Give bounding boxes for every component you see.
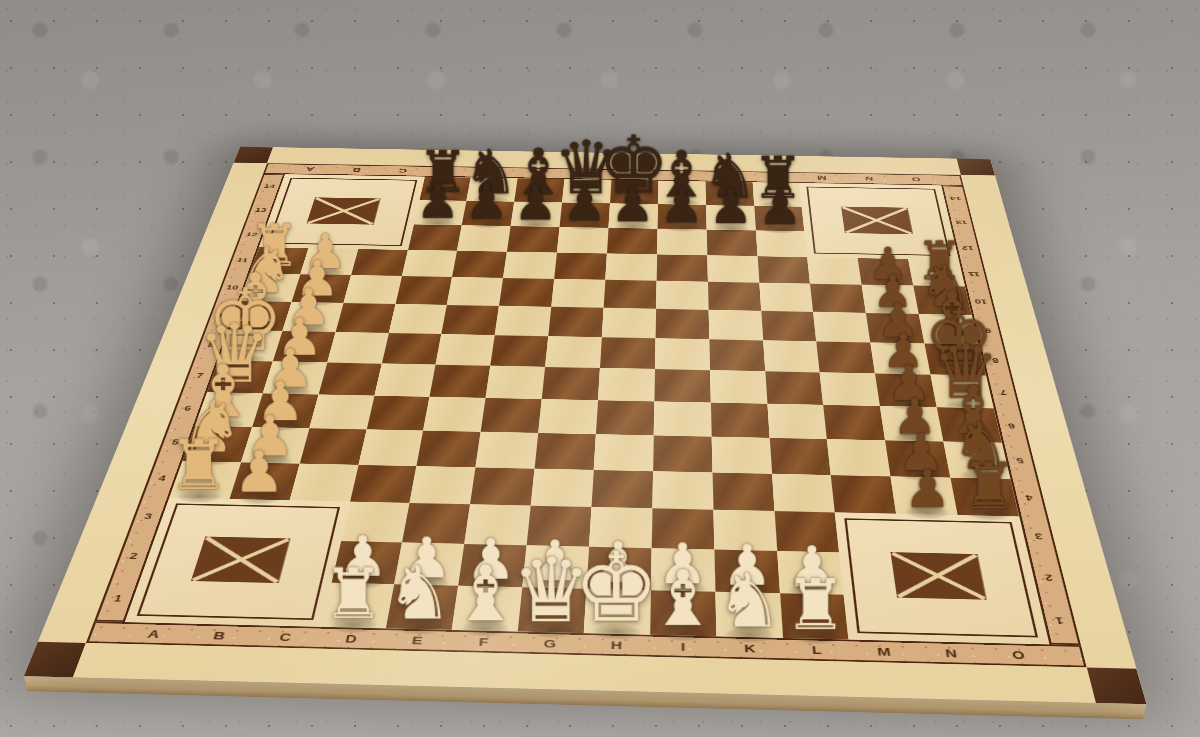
square-H5[interactable] — [594, 434, 654, 471]
square-D12[interactable] — [408, 224, 462, 250]
square-L4[interactable] — [772, 474, 836, 513]
file-label-rotated-H: H — [612, 170, 659, 180]
square-E11[interactable] — [452, 251, 507, 279]
square-M8[interactable] — [817, 341, 876, 373]
square-L5[interactable] — [769, 438, 831, 475]
square-C6[interactable] — [309, 394, 374, 429]
square-F9[interactable] — [495, 306, 551, 336]
piece-south-R-D1[interactable]: ♜ — [322, 561, 384, 627]
corner-x-inlay — [191, 537, 291, 584]
piece-south-N-E1[interactable]: ♞ — [386, 558, 453, 629]
piece-north-P-I13[interactable]: ♟ — [660, 183, 704, 229]
square-M7[interactable] — [820, 372, 880, 406]
square-G8[interactable] — [545, 336, 602, 368]
square-D6[interactable] — [366, 396, 430, 431]
square-K9[interactable] — [708, 310, 762, 340]
piece-north-P-D13[interactable]: ♟ — [416, 179, 460, 225]
corner-x-inlay — [841, 206, 913, 234]
square-H10[interactable] — [604, 280, 657, 309]
piece-north-P-E13[interactable]: ♟ — [465, 179, 509, 225]
file-label-rotated-A: A — [285, 164, 334, 174]
piece-north-P-L13[interactable]: ♟ — [758, 184, 802, 230]
square-C5[interactable] — [300, 428, 367, 465]
square-I12[interactable] — [657, 229, 707, 256]
file-label-rotated-F: F — [518, 168, 566, 178]
square-F4[interactable] — [470, 467, 534, 506]
square-M11[interactable] — [808, 257, 862, 285]
corner-panel-border — [845, 519, 1038, 638]
square-F7[interactable] — [486, 366, 545, 399]
square-I9[interactable] — [655, 309, 709, 339]
square-D7[interactable] — [374, 364, 436, 397]
corner-panel-border — [137, 504, 340, 620]
square-E10[interactable] — [447, 277, 503, 306]
square-C11[interactable] — [351, 249, 408, 276]
square-K10[interactable] — [708, 282, 761, 311]
square-C10[interactable] — [343, 275, 401, 304]
frame-corner-block-top-left — [234, 147, 274, 164]
square-F5[interactable] — [476, 432, 539, 469]
square-M10[interactable] — [810, 284, 866, 313]
file-label-rotated-K: K — [705, 171, 752, 181]
piece-north-P-H13[interactable]: ♟ — [611, 182, 655, 228]
square-K12[interactable] — [706, 230, 757, 257]
board-front-edge — [24, 676, 1147, 719]
square-M6[interactable] — [824, 405, 886, 440]
square-K6[interactable] — [711, 403, 770, 438]
square-G4[interactable] — [531, 468, 594, 507]
piece-east-P-N4[interactable]: ♟ — [904, 465, 951, 515]
square-L9[interactable] — [761, 311, 817, 341]
square-D9[interactable] — [388, 304, 447, 334]
square-E4[interactable] — [410, 466, 476, 505]
piece-east-R-O4[interactable]: ♜ — [960, 456, 1017, 516]
rank-label-rotated-14: 14 — [943, 186, 968, 210]
square-K4[interactable] — [712, 472, 774, 511]
square-F12[interactable] — [507, 226, 559, 252]
file-label-rotated-D: D — [425, 167, 473, 177]
file-label-rotated-M: M — [798, 173, 846, 183]
square-F10[interactable] — [499, 278, 554, 307]
square-I4[interactable] — [652, 471, 713, 510]
square-H8[interactable] — [600, 337, 655, 369]
file-label-B: B — [184, 625, 255, 645]
piece-north-P-G13[interactable]: ♟ — [562, 181, 606, 227]
corner-panel-top-left — [259, 174, 424, 249]
square-K5[interactable] — [711, 437, 771, 474]
square-L10[interactable] — [759, 283, 813, 312]
square-H7[interactable] — [598, 368, 655, 401]
square-I6[interactable] — [654, 401, 712, 436]
frame-corner-block-bottom-right — [1087, 667, 1147, 704]
square-I5[interactable] — [653, 435, 712, 472]
square-D11[interactable] — [402, 250, 458, 277]
square-D4[interactable] — [350, 465, 417, 504]
file-label-A: A — [118, 624, 190, 644]
square-I11[interactable] — [656, 254, 707, 282]
square-E12[interactable] — [457, 225, 510, 251]
square-G10[interactable] — [551, 279, 605, 308]
square-E7[interactable] — [430, 365, 491, 398]
square-K8[interactable] — [709, 339, 765, 371]
square-C7[interactable] — [318, 363, 381, 396]
square-E8[interactable] — [436, 334, 495, 366]
square-G5[interactable] — [535, 433, 596, 470]
frame-corner-block-bottom-left — [24, 642, 86, 678]
square-L12[interactable] — [756, 230, 808, 257]
square-K7[interactable] — [710, 370, 767, 403]
frame-corner-block-top-right — [957, 159, 995, 176]
square-G9[interactable] — [548, 307, 603, 337]
square-F8[interactable] — [491, 335, 549, 367]
square-I8[interactable] — [655, 338, 710, 370]
square-F6[interactable] — [481, 398, 542, 433]
square-K11[interactable] — [707, 255, 759, 283]
piece-south-B-I1[interactable]: ♝ — [648, 562, 717, 635]
piece-south-B-F1[interactable]: ♝ — [450, 558, 519, 631]
piece-west-R-A4[interactable]: ♜ — [168, 433, 230, 498]
square-E9[interactable] — [442, 305, 500, 335]
corner-x-inlay — [307, 197, 381, 224]
file-label-rotated-O: O — [892, 175, 941, 185]
square-L11[interactable] — [757, 256, 810, 284]
square-H4[interactable] — [592, 470, 653, 509]
square-E6[interactable] — [424, 397, 486, 432]
square-I10[interactable] — [656, 281, 708, 310]
piece-west-P-B4[interactable]: ♟ — [234, 446, 285, 500]
square-G12[interactable] — [557, 227, 608, 253]
square-H12[interactable] — [607, 228, 657, 254]
square-L6[interactable] — [767, 404, 827, 439]
four-player-chess-board: ABCDEFGHIKLMNO ABCDEFGHIKLMNO 1234567891… — [24, 147, 1147, 705]
square-D5[interactable] — [358, 429, 423, 466]
file-label-N: N — [916, 643, 986, 663]
square-D10[interactable] — [395, 276, 452, 305]
square-G6[interactable] — [538, 399, 598, 434]
piece-south-R-L1[interactable]: ♜ — [784, 572, 847, 639]
carpet-background: ABCDEFGHIKLMNO ABCDEFGHIKLMNO 1234567891… — [0, 0, 1200, 737]
corner-panel-bottom-right — [835, 513, 1049, 645]
file-label-rotated-B: B — [332, 165, 381, 175]
square-D8[interactable] — [381, 333, 441, 365]
square-I7[interactable] — [654, 369, 710, 402]
square-E5[interactable] — [417, 430, 481, 467]
square-L8[interactable] — [763, 340, 820, 372]
file-label-rotated-E: E — [471, 168, 519, 178]
square-M5[interactable] — [827, 439, 890, 476]
square-M9[interactable] — [813, 312, 870, 343]
corner-panel-top-right — [799, 183, 958, 260]
square-H11[interactable] — [605, 253, 657, 281]
square-F11[interactable] — [503, 252, 557, 280]
file-label-M: M — [849, 641, 919, 661]
square-L7[interactable] — [765, 371, 824, 405]
file-label-rotated-C: C — [378, 166, 427, 176]
file-label-O: O — [983, 644, 1054, 664]
square-H9[interactable] — [602, 308, 656, 338]
file-label-rotated-G: G — [565, 169, 612, 179]
square-C9[interactable] — [335, 303, 395, 333]
corner-x-inlay — [890, 552, 986, 600]
file-label-rotated-I: I — [658, 171, 705, 181]
file-label-C: C — [250, 627, 321, 647]
square-G11[interactable] — [554, 252, 607, 280]
square-C4[interactable] — [289, 463, 358, 502]
square-H6[interactable] — [596, 400, 654, 435]
square-C8[interactable] — [327, 332, 388, 364]
piece-south-N-K1[interactable]: ♞ — [716, 566, 783, 637]
file-label-rotated-L: L — [752, 172, 800, 182]
file-label-rotated-N: N — [845, 174, 894, 184]
piece-north-P-K13[interactable]: ♟ — [709, 184, 753, 230]
square-M4[interactable] — [831, 475, 896, 514]
scene: ABCDEFGHIKLMNO ABCDEFGHIKLMNO 1234567891… — [0, 0, 1200, 737]
square-G7[interactable] — [542, 367, 600, 400]
piece-north-P-F13[interactable]: ♟ — [513, 180, 557, 226]
